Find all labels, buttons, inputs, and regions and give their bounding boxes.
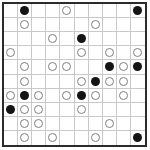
cell-r7c5[interactable] bbox=[75, 103, 89, 117]
black-pearl-r4c9 bbox=[133, 62, 142, 71]
cell-r4c6[interactable] bbox=[89, 60, 103, 74]
white-pearl-r6c8 bbox=[119, 91, 128, 100]
white-pearl-r6c0 bbox=[6, 91, 15, 100]
white-pearl-r7c2 bbox=[34, 105, 43, 114]
cell-r1c0[interactable] bbox=[4, 18, 18, 32]
white-pearl-r3c5 bbox=[77, 48, 86, 57]
cell-r5c0[interactable] bbox=[4, 75, 18, 89]
cell-r7c9[interactable] bbox=[131, 103, 145, 117]
cell-r9c6[interactable] bbox=[89, 131, 103, 145]
cell-r4c4[interactable] bbox=[60, 60, 74, 74]
cell-r2c9[interactable] bbox=[131, 32, 145, 46]
white-pearl-r8c7 bbox=[105, 119, 114, 128]
cell-r9c9[interactable] bbox=[131, 131, 145, 145]
cell-r6c6[interactable] bbox=[89, 89, 103, 103]
cell-r3c2[interactable] bbox=[32, 46, 46, 60]
white-pearl-r5c1 bbox=[20, 77, 29, 86]
cell-r4c2[interactable] bbox=[32, 60, 46, 74]
white-pearl-r9c3 bbox=[48, 133, 57, 142]
cell-r7c2[interactable] bbox=[32, 103, 46, 117]
black-pearl-r6c5 bbox=[77, 91, 86, 100]
cell-r4c5[interactable] bbox=[75, 60, 89, 74]
cell-r7c3[interactable] bbox=[46, 103, 60, 117]
cell-r6c2[interactable] bbox=[32, 89, 46, 103]
cell-r9c5[interactable] bbox=[75, 131, 89, 145]
white-pearl-r1c1 bbox=[20, 20, 29, 29]
cell-r8c1[interactable] bbox=[18, 117, 32, 131]
white-pearl-r9c1 bbox=[20, 133, 29, 142]
cell-r8c0[interactable] bbox=[4, 117, 18, 131]
cell-r1c2[interactable] bbox=[32, 18, 46, 32]
cell-r4c9[interactable] bbox=[131, 60, 145, 74]
cell-r4c1[interactable] bbox=[18, 60, 32, 74]
cell-r5c8[interactable] bbox=[117, 75, 131, 89]
white-pearl-r1c6 bbox=[91, 20, 100, 29]
cell-r8c3[interactable] bbox=[46, 117, 60, 131]
cell-r0c1[interactable] bbox=[18, 4, 32, 18]
black-pearl-r0c9 bbox=[133, 6, 142, 15]
cell-r9c2[interactable] bbox=[32, 131, 46, 145]
cell-r6c3[interactable] bbox=[46, 89, 60, 103]
white-pearl-r3c9 bbox=[133, 48, 142, 57]
cell-r1c4[interactable] bbox=[60, 18, 74, 32]
cell-r0c0[interactable] bbox=[4, 4, 18, 18]
cell-r0c2[interactable] bbox=[32, 4, 46, 18]
cell-r4c3[interactable] bbox=[46, 60, 60, 74]
cell-r5c5[interactable] bbox=[75, 75, 89, 89]
cell-r0c8[interactable] bbox=[117, 4, 131, 18]
cell-r2c2[interactable] bbox=[32, 32, 46, 46]
cell-r0c6[interactable] bbox=[89, 4, 103, 18]
white-pearl-r5c7 bbox=[105, 77, 114, 86]
cell-r7c7[interactable] bbox=[103, 103, 117, 117]
cell-r6c8[interactable] bbox=[117, 89, 131, 103]
cell-r5c4[interactable] bbox=[60, 75, 74, 89]
cell-r4c7[interactable] bbox=[103, 60, 117, 74]
cell-r6c4[interactable] bbox=[60, 89, 74, 103]
white-pearl-r5c8 bbox=[119, 77, 128, 86]
cell-r2c4[interactable] bbox=[60, 32, 74, 46]
cell-r3c9[interactable] bbox=[131, 46, 145, 60]
cell-r8c8[interactable] bbox=[117, 117, 131, 131]
white-pearl-r0c4 bbox=[62, 6, 71, 15]
cell-r5c6[interactable] bbox=[89, 75, 103, 89]
cell-r1c3[interactable] bbox=[46, 18, 60, 32]
cell-r5c2[interactable] bbox=[32, 75, 46, 89]
cell-r3c4[interactable] bbox=[60, 46, 74, 60]
white-pearl-r6c2 bbox=[34, 91, 43, 100]
cell-r3c3[interactable] bbox=[46, 46, 60, 60]
cell-r7c4[interactable] bbox=[60, 103, 74, 117]
cell-r3c6[interactable] bbox=[89, 46, 103, 60]
cell-r7c0[interactable] bbox=[4, 103, 18, 117]
white-pearl-r4c1 bbox=[20, 62, 29, 71]
white-pearl-r6c4 bbox=[62, 91, 71, 100]
black-pearl-r5c6 bbox=[91, 77, 100, 86]
cell-r8c9[interactable] bbox=[131, 117, 145, 131]
white-pearl-r7c5 bbox=[77, 105, 86, 114]
cell-r2c6[interactable] bbox=[89, 32, 103, 46]
cell-r0c5[interactable] bbox=[75, 4, 89, 18]
cell-r4c8[interactable] bbox=[117, 60, 131, 74]
white-pearl-r9c6 bbox=[91, 133, 100, 142]
cell-r2c3[interactable] bbox=[46, 32, 60, 46]
cell-r8c4[interactable] bbox=[60, 117, 74, 131]
cell-r8c7[interactable] bbox=[103, 117, 117, 131]
cell-r8c6[interactable] bbox=[89, 117, 103, 131]
white-pearl-r7c1 bbox=[20, 105, 29, 114]
white-pearl-r8c1 bbox=[20, 119, 29, 128]
cell-r6c7[interactable] bbox=[103, 89, 117, 103]
black-pearl-r7c0 bbox=[6, 105, 15, 114]
white-pearl-r3c7 bbox=[105, 48, 114, 57]
cell-r5c7[interactable] bbox=[103, 75, 117, 89]
cell-r4c0[interactable] bbox=[4, 60, 18, 74]
cell-r3c0[interactable] bbox=[4, 46, 18, 60]
cell-r6c9[interactable] bbox=[131, 89, 145, 103]
cell-r2c8[interactable] bbox=[117, 32, 131, 46]
cell-r2c5[interactable] bbox=[75, 32, 89, 46]
white-pearl-r8c2 bbox=[34, 119, 43, 128]
cell-r0c4[interactable] bbox=[60, 4, 74, 18]
cell-r9c8[interactable] bbox=[117, 131, 131, 145]
cell-r9c1[interactable] bbox=[18, 131, 32, 145]
cell-r1c1[interactable] bbox=[18, 18, 32, 32]
cell-r1c6[interactable] bbox=[89, 18, 103, 32]
black-pearl-r6c1 bbox=[20, 91, 29, 100]
cell-r3c7[interactable] bbox=[103, 46, 117, 60]
white-pearl-r2c3 bbox=[48, 34, 57, 43]
cell-r8c2[interactable] bbox=[32, 117, 46, 131]
white-pearl-r4c4 bbox=[62, 62, 71, 71]
cell-r3c8[interactable] bbox=[117, 46, 131, 60]
cell-r3c1[interactable] bbox=[18, 46, 32, 60]
cell-r9c4[interactable] bbox=[60, 131, 74, 145]
cell-r1c8[interactable] bbox=[117, 18, 131, 32]
cell-r1c7[interactable] bbox=[103, 18, 117, 32]
cell-r6c1[interactable] bbox=[18, 89, 32, 103]
cell-r6c0[interactable] bbox=[4, 89, 18, 103]
cell-r8c5[interactable] bbox=[75, 117, 89, 131]
cell-r7c8[interactable] bbox=[117, 103, 131, 117]
cell-r3c5[interactable] bbox=[75, 46, 89, 60]
cell-r5c3[interactable] bbox=[46, 75, 60, 89]
white-pearl-r6c6 bbox=[91, 91, 100, 100]
cell-r1c9[interactable] bbox=[131, 18, 145, 32]
cell-r6c5[interactable] bbox=[75, 89, 89, 103]
black-pearl-r4c7 bbox=[105, 62, 114, 71]
white-pearl-r4c3 bbox=[48, 62, 57, 71]
cell-r7c6[interactable] bbox=[89, 103, 103, 117]
masyu-board bbox=[2, 2, 147, 147]
cell-r7c1[interactable] bbox=[18, 103, 32, 117]
cell-r2c7[interactable] bbox=[103, 32, 117, 46]
cell-r5c9[interactable] bbox=[131, 75, 145, 89]
black-pearl-r9c9 bbox=[133, 133, 142, 142]
cell-r0c9[interactable] bbox=[131, 4, 145, 18]
cell-r0c3[interactable] bbox=[46, 4, 60, 18]
black-pearl-r0c1 bbox=[20, 6, 29, 15]
white-pearl-r5c5 bbox=[77, 77, 86, 86]
cell-r1c5[interactable] bbox=[75, 18, 89, 32]
cell-r5c1[interactable] bbox=[18, 75, 32, 89]
cell-r2c1[interactable] bbox=[18, 32, 32, 46]
black-pearl-r2c5 bbox=[77, 34, 86, 43]
cell-r2c0[interactable] bbox=[4, 32, 18, 46]
cell-r9c3[interactable] bbox=[46, 131, 60, 145]
cell-r9c7[interactable] bbox=[103, 131, 117, 145]
cell-r9c0[interactable] bbox=[4, 131, 18, 145]
white-pearl-r4c8 bbox=[119, 62, 128, 71]
cell-r0c7[interactable] bbox=[103, 4, 117, 18]
white-pearl-r3c0 bbox=[6, 48, 15, 57]
